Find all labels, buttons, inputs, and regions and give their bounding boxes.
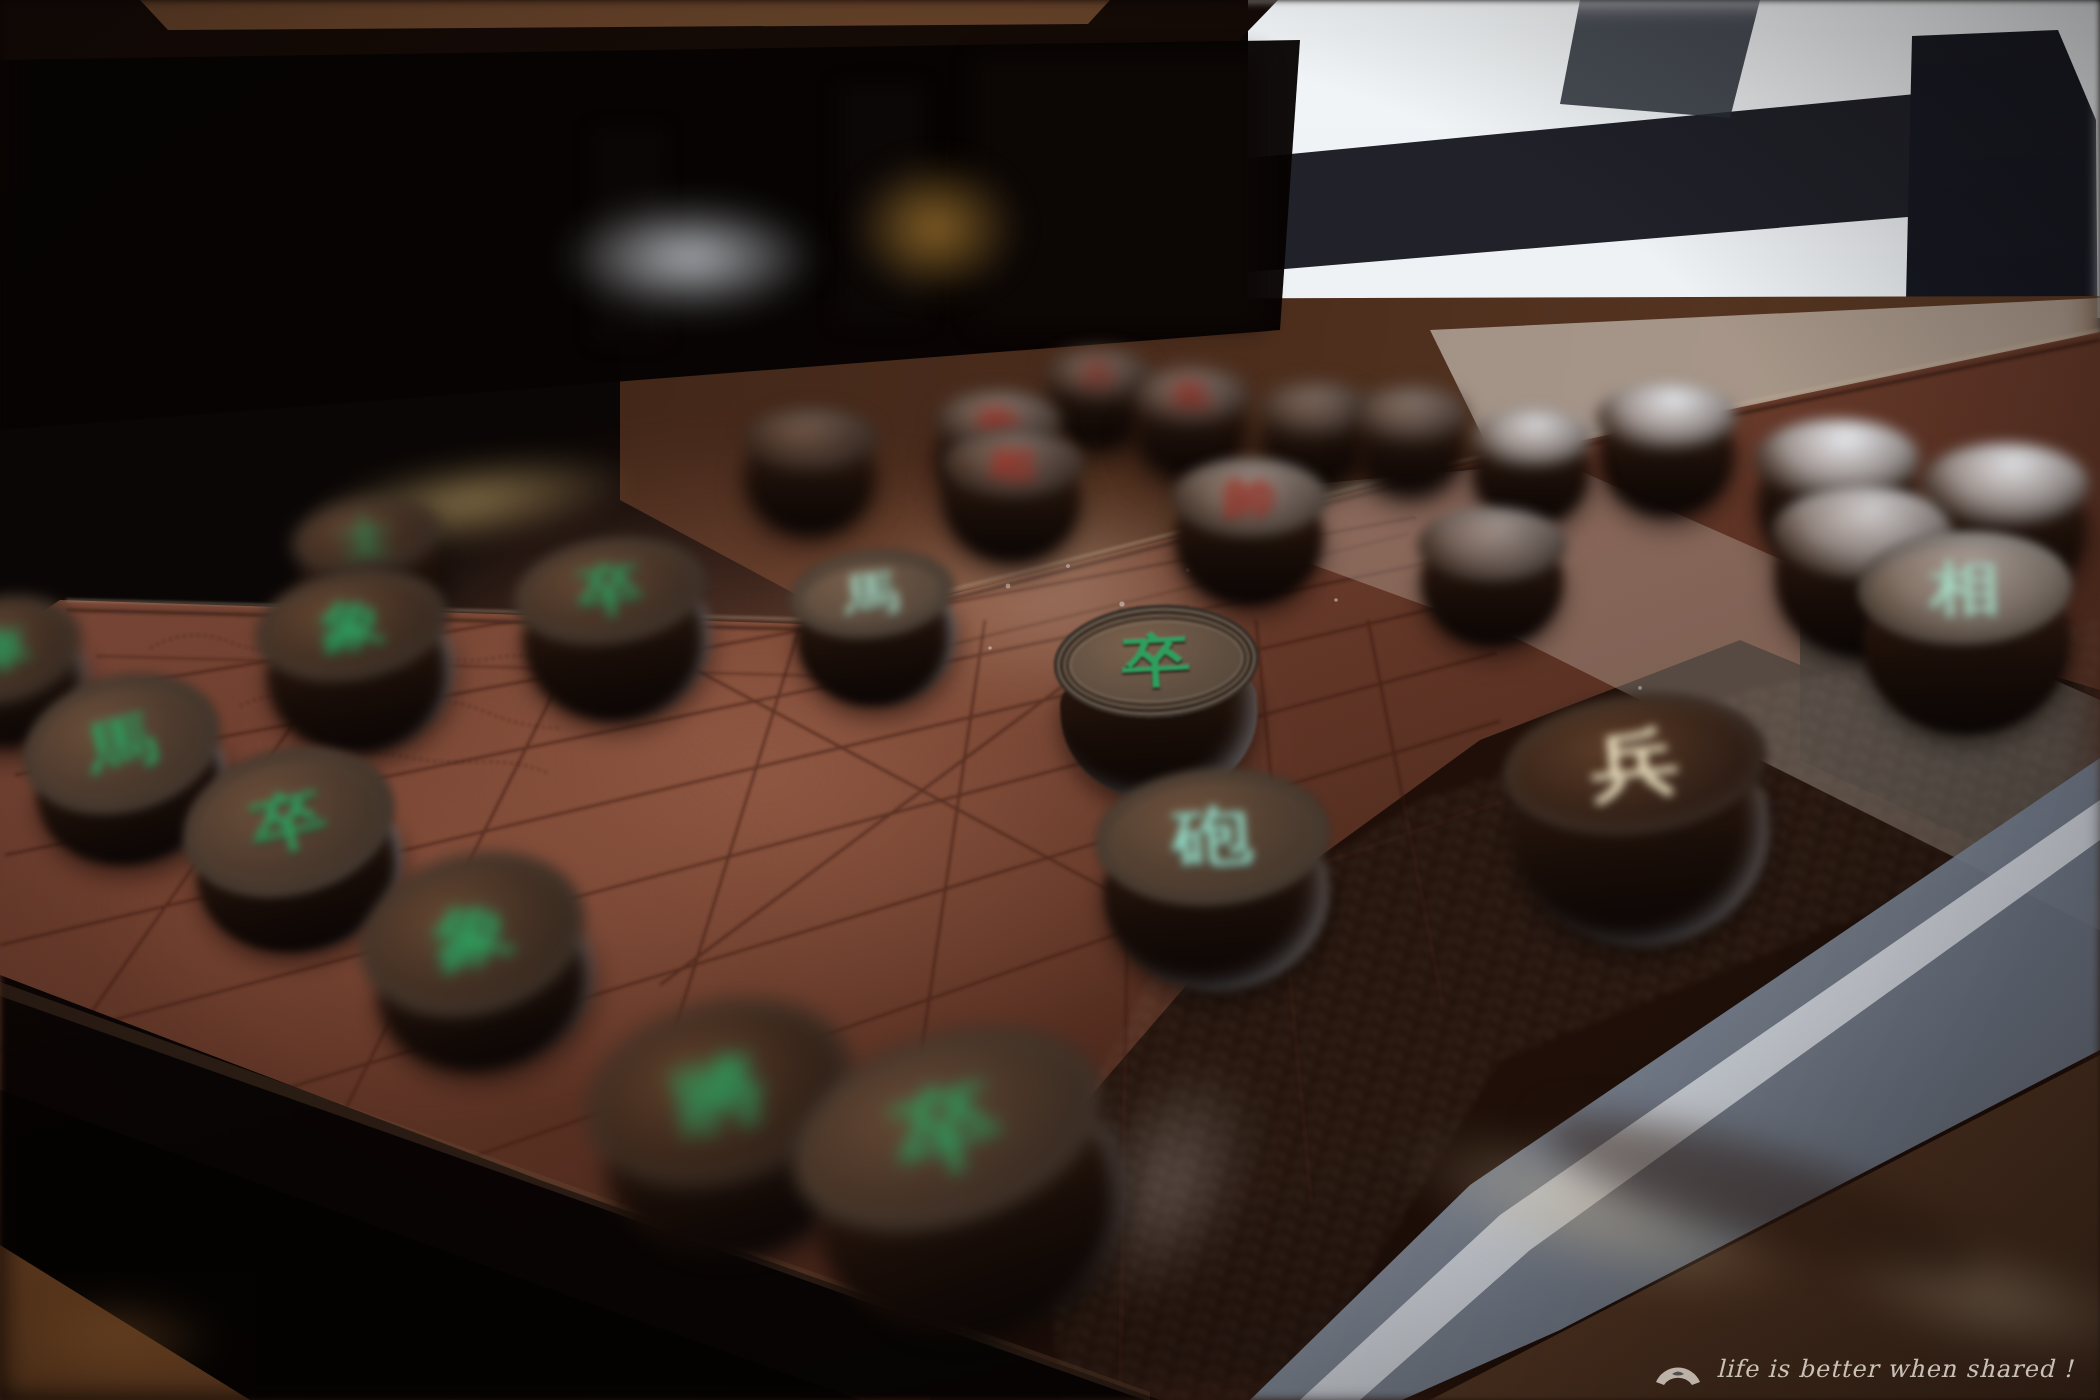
xiangqi-piece-red-elephant-engraved[interactable]: 相 [1855, 527, 2077, 739]
piece-top-face [1418, 507, 1566, 583]
piece-character: 兵 [1081, 360, 1116, 389]
piece-character: 相 [989, 444, 1036, 483]
piece-character: 象 [425, 892, 520, 977]
piece-character: 兵 [1586, 724, 1682, 806]
xiangqi-piece-green-soldier-mid[interactable]: 卒 [506, 525, 725, 736]
xiangqi-photo-scene: 車馬卒象將卒士象卒馬卒砲兵炮相兵馬帥相 life is better when … [0, 0, 2100, 1400]
piece-character: 將 [663, 1042, 776, 1143]
fan-logo-icon [1652, 1352, 1704, 1386]
backlight-glare [1418, 507, 1566, 583]
piece-character: 象 [314, 593, 388, 658]
piece-character: 卒 [244, 783, 333, 862]
piece-character: 砲 [1170, 802, 1254, 873]
backlight-glare [1597, 384, 1737, 451]
xiangqi-piece-red-piece-far-left[interactable] [743, 408, 878, 536]
piece-top-face [1597, 384, 1737, 451]
backlight-glare [1353, 387, 1468, 442]
piece-top-face [1470, 410, 1592, 468]
piece-character: 馬 [81, 708, 163, 781]
xiangqi-piece-green-horse-mid[interactable]: 馬 [785, 541, 965, 714]
xiangqi-piece-backlit-piece-3[interactable] [1597, 384, 1737, 517]
piece-character: 帥 [1223, 477, 1275, 520]
xiangqi-piece-backlit-piece-1[interactable] [1418, 507, 1566, 648]
backlight-glare [1470, 410, 1592, 468]
xiangqi-piece-red-soldier-ivory[interactable]: 兵 [1495, 681, 1785, 959]
piece-character: 卒 [573, 560, 646, 623]
piece-character: 卒 [1120, 631, 1192, 691]
xiangqi-piece-red-elephant-far[interactable]: 相 [941, 429, 1083, 564]
piece-character: 相 [1927, 557, 2001, 619]
photo-watermark: life is better when shared ! [1652, 1352, 2074, 1386]
watermark-text: life is better when shared ! [1716, 1355, 2074, 1383]
xiangqi-piece-red-piece-far-b[interactable] [1353, 387, 1468, 496]
piece-top-face [743, 408, 878, 472]
piece-character: 士 [338, 513, 393, 561]
xiangqi-piece-red-general-far[interactable]: 帥 [1172, 458, 1327, 605]
xiangqi-pieces: 車馬卒象將卒士象卒馬卒砲兵炮相兵馬帥相 [0, 0, 2100, 1400]
piece-top-face [1353, 387, 1468, 442]
piece-character: 馬 [842, 568, 901, 619]
piece-character: 馬 [1171, 380, 1210, 412]
xiangqi-piece-green-cannon-mid[interactable]: 砲 [1090, 760, 1340, 999]
